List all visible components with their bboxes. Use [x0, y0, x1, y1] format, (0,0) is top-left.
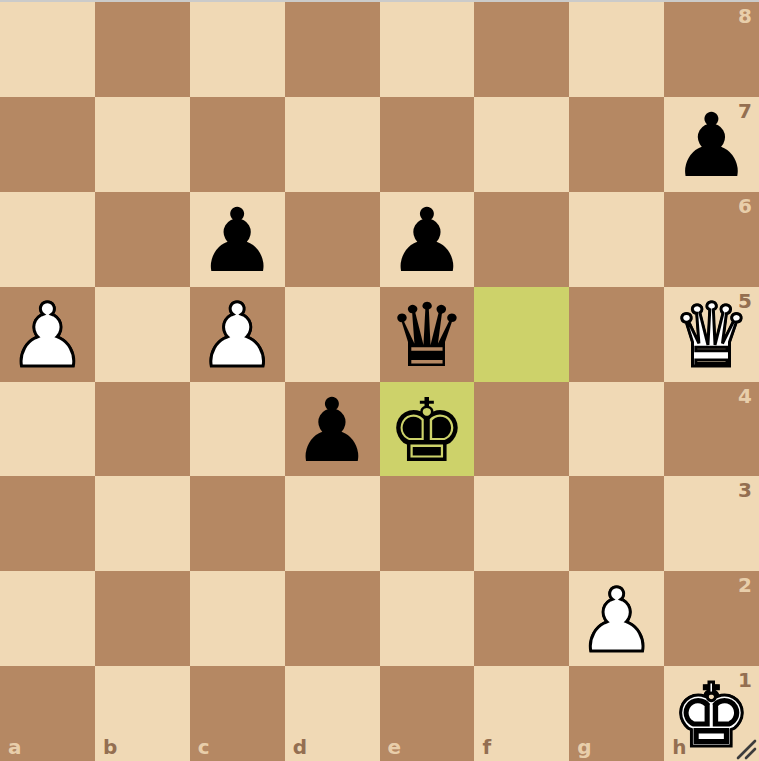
square-h5[interactable]: 5♛ [664, 287, 759, 382]
square-g7[interactable] [569, 97, 664, 192]
piece-black-pawn[interactable]: ♟ [293, 387, 372, 475]
square-e6[interactable]: ♟ [380, 192, 475, 287]
coord-rank-2: 2 [738, 575, 752, 595]
square-a4[interactable] [0, 382, 95, 477]
square-f8[interactable] [474, 2, 569, 97]
piece-black-queen[interactable]: ♛ [387, 292, 466, 380]
square-g4[interactable] [569, 382, 664, 477]
square-e3[interactable] [380, 476, 475, 571]
square-e5[interactable]: ♛ [380, 287, 475, 382]
piece-white-pawn[interactable]: ♟ [198, 292, 277, 380]
square-b7[interactable] [95, 97, 190, 192]
coord-rank-8: 8 [738, 6, 752, 26]
square-c3[interactable] [190, 476, 285, 571]
coord-file-g: g [577, 737, 591, 757]
board-resize-handle-icon[interactable] [732, 734, 758, 760]
square-f7[interactable] [474, 97, 569, 192]
square-f3[interactable] [474, 476, 569, 571]
piece-black-king[interactable]: ♚ [387, 387, 466, 475]
square-e2[interactable] [380, 571, 475, 666]
square-g6[interactable] [569, 192, 664, 287]
square-h6[interactable]: 6 [664, 192, 759, 287]
chess-board: 87♟♟♟6♟♟♛5♛♟♚43♟2abcdefg1h♚ [0, 2, 759, 761]
square-c8[interactable] [190, 2, 285, 97]
square-f6[interactable] [474, 192, 569, 287]
coord-file-a: a [8, 737, 22, 757]
square-g2[interactable]: ♟ [569, 571, 664, 666]
coord-file-c: c [198, 737, 210, 757]
square-b4[interactable] [95, 382, 190, 477]
square-d3[interactable] [285, 476, 380, 571]
square-f2[interactable] [474, 571, 569, 666]
coord-file-f: f [482, 737, 491, 757]
square-b2[interactable] [95, 571, 190, 666]
square-h3[interactable]: 3 [664, 476, 759, 571]
square-a7[interactable] [0, 97, 95, 192]
square-g3[interactable] [569, 476, 664, 571]
square-c7[interactable] [190, 97, 285, 192]
coord-file-d: d [293, 737, 307, 757]
square-b3[interactable] [95, 476, 190, 571]
square-d5[interactable] [285, 287, 380, 382]
coord-rank-3: 3 [738, 480, 752, 500]
piece-black-pawn[interactable]: ♟ [198, 197, 277, 285]
coord-rank-6: 6 [738, 196, 752, 216]
square-h4[interactable]: 4 [664, 382, 759, 477]
piece-white-pawn[interactable]: ♟ [8, 292, 87, 380]
coord-rank-4: 4 [738, 386, 752, 406]
square-c5[interactable]: ♟ [190, 287, 285, 382]
square-g5[interactable] [569, 287, 664, 382]
board-grid: 87♟♟♟6♟♟♛5♛♟♚43♟2abcdefg1h♚ [0, 2, 759, 761]
square-e8[interactable] [380, 2, 475, 97]
square-b8[interactable] [95, 2, 190, 97]
square-d7[interactable] [285, 97, 380, 192]
piece-white-pawn[interactable]: ♟ [577, 577, 656, 665]
square-a6[interactable] [0, 192, 95, 287]
square-a8[interactable] [0, 2, 95, 97]
square-c1[interactable]: c [190, 666, 285, 761]
square-c4[interactable] [190, 382, 285, 477]
square-a1[interactable]: a [0, 666, 95, 761]
square-b1[interactable]: b [95, 666, 190, 761]
square-b5[interactable] [95, 287, 190, 382]
square-d8[interactable] [285, 2, 380, 97]
square-c6[interactable]: ♟ [190, 192, 285, 287]
square-h8[interactable]: 8 [664, 2, 759, 97]
square-d6[interactable] [285, 192, 380, 287]
coord-file-b: b [103, 737, 117, 757]
square-e1[interactable]: e [380, 666, 475, 761]
square-e7[interactable] [380, 97, 475, 192]
square-d1[interactable]: d [285, 666, 380, 761]
piece-black-pawn[interactable]: ♟ [387, 197, 466, 285]
square-g1[interactable]: g [569, 666, 664, 761]
piece-white-queen[interactable]: ♛ [672, 292, 751, 380]
square-e4[interactable]: ♚ [380, 382, 475, 477]
piece-black-pawn[interactable]: ♟ [672, 102, 751, 190]
square-a5[interactable]: ♟ [0, 287, 95, 382]
square-h7[interactable]: 7♟ [664, 97, 759, 192]
square-h2[interactable]: 2 [664, 571, 759, 666]
coord-file-e: e [388, 737, 402, 757]
square-a3[interactable] [0, 476, 95, 571]
square-c2[interactable] [190, 571, 285, 666]
square-d2[interactable] [285, 571, 380, 666]
square-b6[interactable] [95, 192, 190, 287]
square-f4[interactable] [474, 382, 569, 477]
square-f1[interactable]: f [474, 666, 569, 761]
square-d4[interactable]: ♟ [285, 382, 380, 477]
square-f5[interactable] [474, 287, 569, 382]
square-a2[interactable] [0, 571, 95, 666]
square-g8[interactable] [569, 2, 664, 97]
